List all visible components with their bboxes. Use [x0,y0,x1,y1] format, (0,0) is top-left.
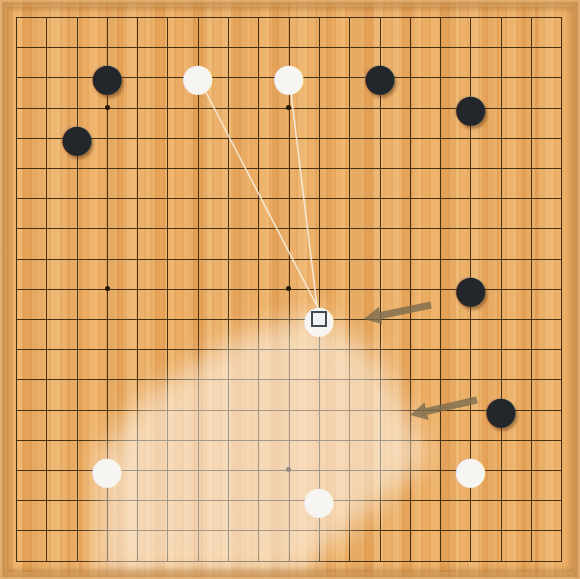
board-point-n17[interactable]: ● [365,62,395,92]
white-stone: ● [90,451,123,489]
white-stone: ● [454,451,487,489]
black-stone: ● [60,119,93,157]
board-point-c15[interactable]: ● [62,123,92,153]
board-point-d4[interactable]: ● [92,455,122,485]
board-point-d17[interactable]: ● [92,62,122,92]
black-stone: ● [90,58,123,96]
board-point-l3[interactable]: ● [304,485,334,515]
black-stone: ● [484,391,517,429]
board-point-g17[interactable]: ● [183,62,213,92]
white-stone: ● [181,58,214,96]
board-point-r6[interactable]: ● [486,394,516,424]
board-point-q4[interactable]: ● [455,455,485,485]
go-board[interactable]: ●●●●●●●●●●●● [0,0,580,579]
white-stone: ● [303,481,336,519]
board-point-l9[interactable]: ● [304,304,334,334]
stone-layer: ●●●●●●●●●●●● [1,2,577,576]
black-stone: ● [454,270,487,308]
board-point-k17[interactable]: ● [274,62,304,92]
board-point-q10[interactable]: ● [455,274,485,304]
black-stone: ● [454,89,487,127]
last-move-marker [311,311,327,327]
board-point-q16[interactable]: ● [455,93,485,123]
white-stone: ● [272,58,305,96]
black-stone: ● [363,58,396,96]
